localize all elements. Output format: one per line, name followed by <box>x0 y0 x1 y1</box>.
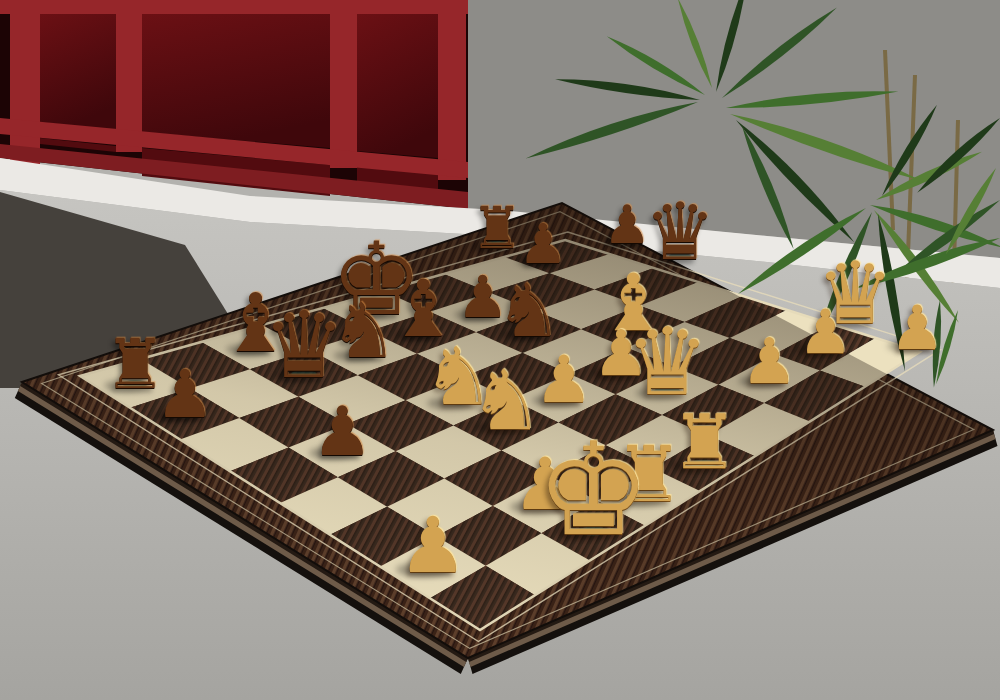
captured-black-rook[interactable]: ♜ <box>471 199 523 257</box>
piece-white-knight-d4[interactable]: ♞ <box>469 359 543 442</box>
captured-white-pawn[interactable]: ♟ <box>890 297 945 358</box>
piece-white-queen-f3[interactable]: ♛ <box>625 316 708 409</box>
piece-black-queen-c7[interactable]: ♛ <box>263 300 345 392</box>
piece-black-pawn-a7[interactable]: ♟ <box>155 363 214 429</box>
piece-black-pawn-b5[interactable]: ♟ <box>312 397 373 465</box>
piece-white-pawn-h2[interactable]: ♟ <box>798 300 853 361</box>
piece-white-king-c1[interactable]: ♚ <box>536 426 651 554</box>
captured-black-pawn[interactable]: ♟ <box>518 217 567 272</box>
piece-white-pawn-g2[interactable]: ♟ <box>741 330 797 393</box>
piece-white-pawn-a2[interactable]: ♟ <box>399 506 468 583</box>
piece-black-knight-f6[interactable]: ♞ <box>496 274 562 348</box>
chess-photo-scene: ♟♜♛♟♚♟♛♝♞♝♟♝♟♞♟♛♟♜♛♟♞♟♞♟♜♜♟♚♟ <box>0 0 1000 700</box>
